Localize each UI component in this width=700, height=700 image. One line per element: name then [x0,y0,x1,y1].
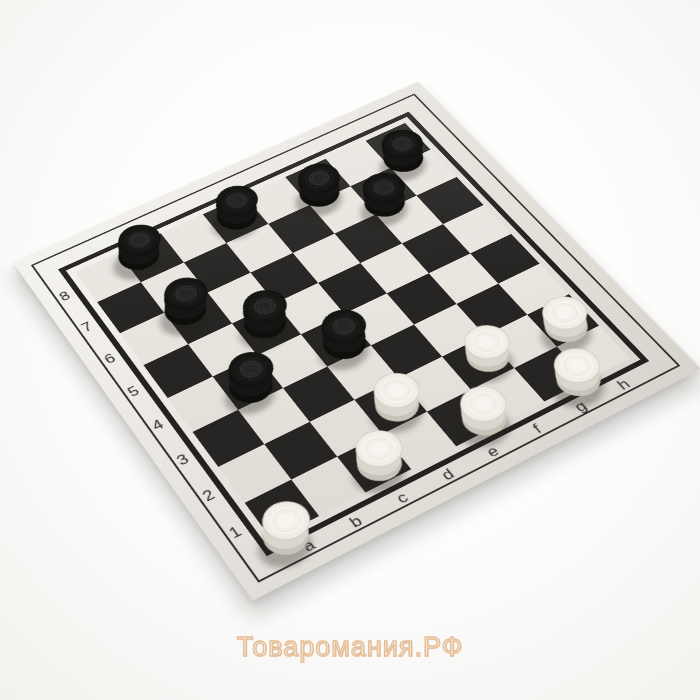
photo-scene: 87654321 abcdefgh Товаромания.РФ [0,0,700,700]
board-plane: 87654321 abcdefgh [75,123,630,540]
watermark: Товаромания.РФ [0,632,700,663]
